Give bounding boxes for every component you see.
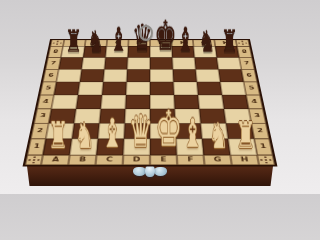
square-g7[interactable] xyxy=(195,58,219,70)
file-label-bottom-C: C xyxy=(96,155,124,165)
square-b7[interactable] xyxy=(82,58,106,70)
square-e8[interactable]: ♚ xyxy=(150,46,172,57)
square-c5[interactable] xyxy=(102,82,127,95)
square-f6[interactable] xyxy=(173,69,197,81)
file-label-bottom-F: F xyxy=(177,155,205,165)
file-label-bottom-D: D xyxy=(123,155,150,165)
square-g6[interactable] xyxy=(196,69,221,81)
square-e7[interactable] xyxy=(150,58,173,70)
square-c8[interactable]: ♝ xyxy=(105,46,128,57)
square-c7[interactable] xyxy=(104,58,127,70)
square-e1[interactable]: ♚ xyxy=(150,139,177,155)
square-a7[interactable] xyxy=(59,58,83,70)
corner-dots-icon xyxy=(56,43,58,44)
piece-black-knight-g8[interactable]: ♞ xyxy=(199,27,213,57)
square-d1[interactable]: ♛ xyxy=(123,139,150,155)
square-h4[interactable] xyxy=(222,95,249,109)
rank-label-left-6: 6 xyxy=(43,69,59,81)
corner-dots-icon xyxy=(265,159,268,160)
rank-label-left-5: 5 xyxy=(40,82,56,95)
square-d5[interactable] xyxy=(126,82,150,95)
square-g5[interactable] xyxy=(197,82,222,95)
photo-stage: ABCDEFGH8♜♞♝♛♚♝♞♜87766554433221♜♞♝♛♚♝♞♜1… xyxy=(0,0,300,194)
square-f5[interactable] xyxy=(173,82,198,95)
square-d8[interactable]: ♛ xyxy=(128,46,150,57)
rank-label-right-7: 7 xyxy=(239,58,255,70)
square-b4[interactable] xyxy=(76,95,102,109)
piece-white-bishop-c1[interactable]: ♝ xyxy=(102,114,119,153)
square-a6[interactable] xyxy=(56,69,81,81)
square-h7[interactable] xyxy=(217,58,241,70)
square-c6[interactable] xyxy=(103,69,127,81)
square-a1[interactable]: ♜ xyxy=(43,139,72,155)
square-c4[interactable] xyxy=(101,95,126,109)
rank-label-right-5: 5 xyxy=(244,82,260,95)
file-label-bottom-H: H xyxy=(230,155,259,165)
square-h6[interactable] xyxy=(218,69,243,81)
rank-label-left-2: 2 xyxy=(31,123,49,138)
square-d7[interactable] xyxy=(127,58,150,70)
chess-board[interactable]: ABCDEFGH8♜♞♝♛♚♝♞♜87766554433221♜♞♝♛♚♝♞♜1… xyxy=(25,40,275,165)
frame-corner-ornament xyxy=(257,155,275,165)
piece-white-king-e1[interactable]: ♚ xyxy=(155,104,172,153)
square-h5[interactable] xyxy=(220,82,246,95)
file-label-bottom-A: A xyxy=(41,155,70,165)
piece-black-rook-a8[interactable]: ♜ xyxy=(65,26,79,57)
square-e6[interactable] xyxy=(150,69,173,81)
corner-dots-icon xyxy=(33,159,36,160)
file-label-bottom-G: G xyxy=(204,155,232,165)
square-h1[interactable]: ♜ xyxy=(228,139,257,155)
square-g4[interactable] xyxy=(198,95,224,109)
piece-white-bishop-f1[interactable]: ♝ xyxy=(182,114,199,153)
file-label-bottom-B: B xyxy=(68,155,96,165)
square-a5[interactable] xyxy=(54,82,80,95)
square-a4[interactable] xyxy=(51,95,78,109)
square-b1[interactable]: ♞ xyxy=(70,139,98,155)
square-b5[interactable] xyxy=(78,82,103,95)
square-c1[interactable]: ♝ xyxy=(96,139,124,155)
piece-black-bishop-f8[interactable]: ♝ xyxy=(176,24,190,56)
ring-clasp-icon xyxy=(139,25,153,41)
rank-label-right-4: 4 xyxy=(246,95,263,109)
square-g1[interactable]: ♞ xyxy=(202,139,230,155)
rank-label-right-1: 1 xyxy=(254,139,273,155)
square-e5[interactable] xyxy=(150,82,174,95)
square-f7[interactable] xyxy=(172,58,195,70)
piece-white-knight-b1[interactable]: ♞ xyxy=(75,118,92,154)
piece-black-king-e8[interactable]: ♚ xyxy=(154,15,168,56)
rank-label-right-8: 8 xyxy=(237,46,252,57)
square-d6[interactable] xyxy=(127,69,150,81)
piece-white-rook-h1[interactable]: ♜ xyxy=(235,117,252,154)
piece-white-queen-d1[interactable]: ♛ xyxy=(128,109,145,154)
square-h8[interactable]: ♜ xyxy=(215,46,239,57)
piece-white-knight-g1[interactable]: ♞ xyxy=(209,118,226,154)
piece-black-knight-b8[interactable]: ♞ xyxy=(87,27,101,57)
square-a8[interactable]: ♜ xyxy=(61,46,85,57)
square-b8[interactable]: ♞ xyxy=(83,46,106,57)
piece-black-bishop-c8[interactable]: ♝ xyxy=(110,24,124,56)
square-b6[interactable] xyxy=(80,69,105,81)
piece-black-rook-h8[interactable]: ♜ xyxy=(221,26,235,57)
corner-dots-icon xyxy=(242,43,244,44)
file-label-bottom-E: E xyxy=(150,155,177,165)
square-g8[interactable]: ♞ xyxy=(193,46,216,57)
rank-label-right-6: 6 xyxy=(241,69,257,81)
piece-white-rook-a1[interactable]: ♜ xyxy=(48,117,65,154)
